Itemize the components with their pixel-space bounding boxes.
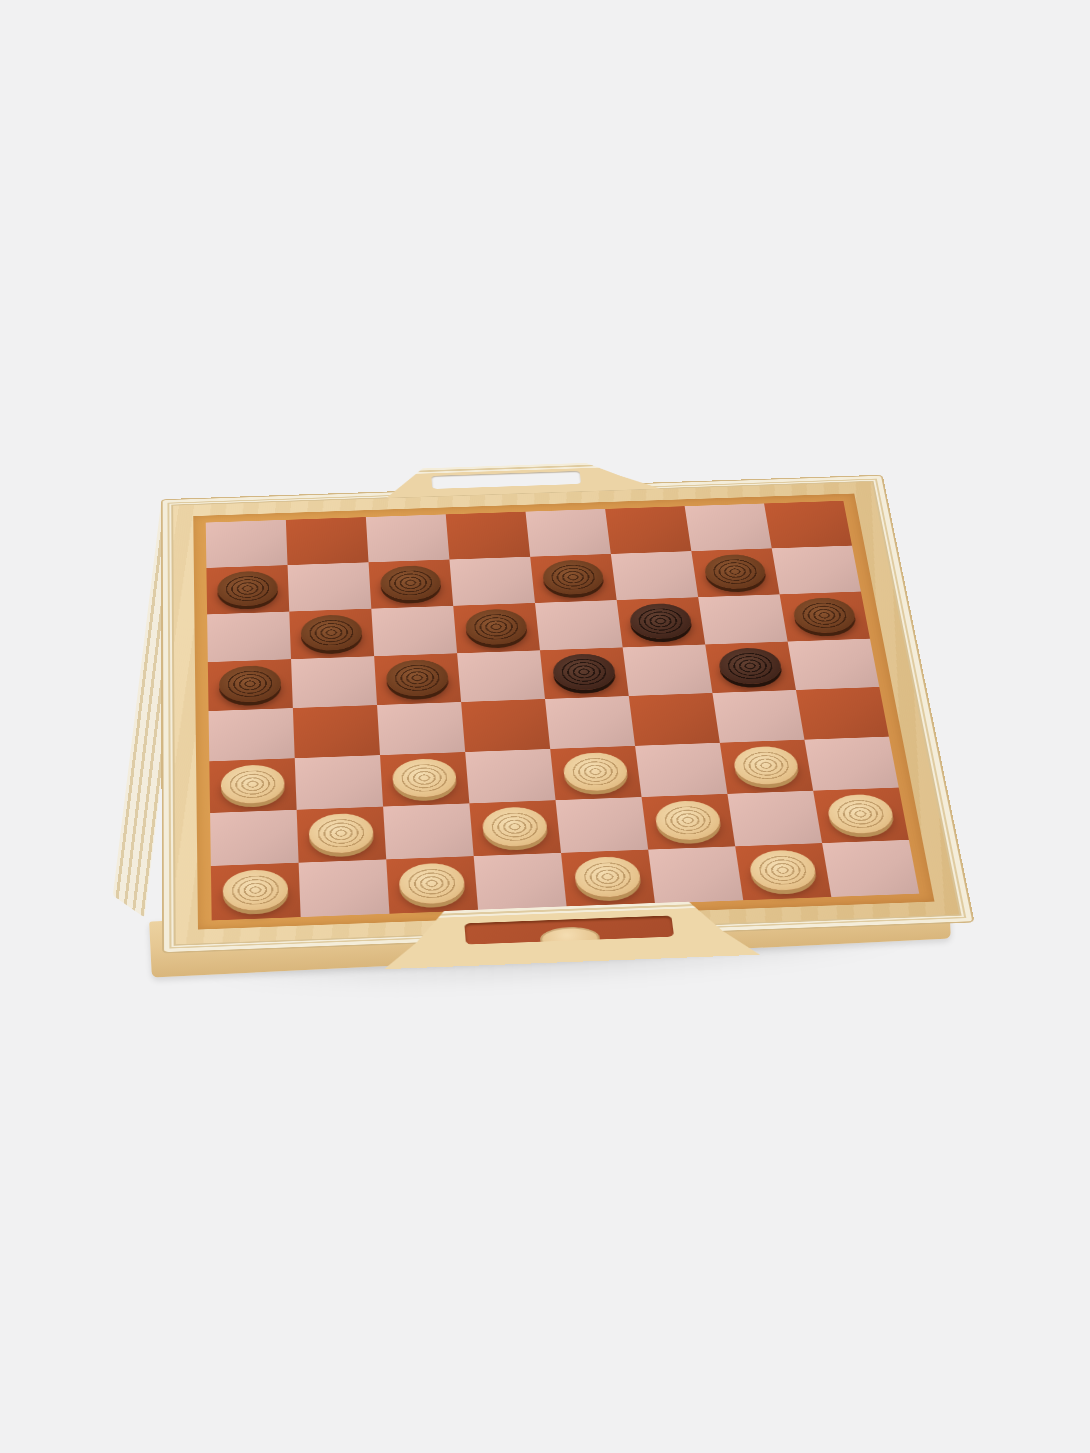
light-checker bbox=[825, 793, 896, 834]
light-checker bbox=[573, 856, 642, 898]
light-checker-through-cutout bbox=[539, 926, 601, 944]
board-cell-r4c6 bbox=[623, 644, 713, 696]
board-cell-r8c2 bbox=[299, 859, 390, 917]
board-cell-r2c1 bbox=[206, 565, 289, 614]
board-cell-r3c2 bbox=[289, 609, 374, 660]
board-cell-r8c3 bbox=[386, 856, 478, 914]
board-cell-r8c7 bbox=[735, 843, 831, 900]
board-cell-r2c7 bbox=[691, 548, 779, 597]
dark-checker bbox=[717, 647, 784, 685]
board-cell-r5c6 bbox=[629, 693, 720, 746]
light-checker bbox=[221, 764, 285, 804]
board-cell-r1c5 bbox=[526, 509, 611, 557]
wooden-game-tray bbox=[163, 476, 973, 952]
board-cell-r2c4 bbox=[449, 557, 535, 606]
front-handle-cutout bbox=[464, 915, 674, 944]
board-cell-r3c7 bbox=[698, 594, 787, 644]
back-handle bbox=[385, 461, 661, 498]
board-cell-r4c1 bbox=[208, 659, 293, 711]
dark-checker bbox=[300, 614, 363, 651]
board-cell-r6c1 bbox=[209, 758, 296, 813]
tilted-scene bbox=[163, 476, 973, 952]
board-cell-r8c4 bbox=[474, 853, 567, 910]
board-cell-r5c3 bbox=[377, 702, 465, 755]
board-cell-r1c3 bbox=[366, 514, 450, 562]
board-cell-r4c7 bbox=[705, 642, 796, 693]
light-checker bbox=[747, 849, 818, 891]
dark-checker bbox=[385, 659, 449, 697]
board-cell-r5c8 bbox=[796, 687, 889, 740]
board-cell-r8c8 bbox=[822, 840, 919, 897]
board-cell-r6c2 bbox=[295, 755, 383, 810]
board-cell-r4c8 bbox=[788, 639, 880, 690]
board-cell-r6c8 bbox=[804, 737, 898, 791]
board-cell-r7c2 bbox=[297, 807, 387, 863]
board-cell-r3c4 bbox=[453, 603, 540, 653]
board-cell-r2c3 bbox=[369, 560, 454, 609]
board-cell-r2c6 bbox=[611, 551, 698, 600]
board-cell-r3c1 bbox=[207, 612, 291, 663]
board-cell-r5c7 bbox=[712, 690, 804, 743]
light-checker bbox=[222, 869, 288, 912]
board-cell-r7c6 bbox=[642, 794, 736, 850]
board-cell-r7c7 bbox=[727, 791, 822, 847]
board-cell-r4c5 bbox=[540, 647, 629, 699]
light-checker bbox=[481, 806, 549, 847]
light-checker bbox=[398, 862, 466, 904]
dark-checker bbox=[551, 653, 617, 691]
dark-checker bbox=[541, 559, 605, 595]
board-cell-r7c3 bbox=[383, 803, 474, 859]
board-cell-r7c4 bbox=[469, 800, 561, 856]
board-cell-r5c1 bbox=[209, 708, 295, 761]
light-checker bbox=[562, 752, 629, 792]
board-cell-r5c4 bbox=[461, 699, 550, 752]
board-cell-r3c6 bbox=[617, 597, 706, 647]
board-cell-r1c1 bbox=[206, 520, 288, 568]
board-cell-r8c6 bbox=[648, 846, 743, 903]
light-checker bbox=[654, 800, 723, 841]
board-cell-r2c8 bbox=[772, 546, 861, 595]
board-amber-margin bbox=[193, 494, 934, 930]
dark-checker bbox=[217, 570, 278, 606]
back-handle-cutout bbox=[431, 471, 581, 489]
board-cell-r1c4 bbox=[446, 512, 530, 560]
board-cell-r6c6 bbox=[635, 743, 727, 797]
dark-checker bbox=[464, 608, 528, 645]
light-checker bbox=[308, 813, 374, 854]
board-cell-r8c1 bbox=[211, 863, 301, 921]
board-cell-r4c3 bbox=[374, 653, 461, 705]
board-cell-r8c5 bbox=[561, 850, 655, 907]
board-cell-r5c2 bbox=[293, 705, 380, 758]
board-cell-r5c5 bbox=[545, 696, 635, 749]
board-cell-r1c2 bbox=[286, 517, 369, 565]
dark-checker bbox=[379, 565, 441, 601]
board-cell-r1c8 bbox=[764, 501, 852, 549]
dark-checker bbox=[791, 597, 858, 634]
board-cell-r2c2 bbox=[288, 562, 372, 611]
board-cell-r1c6 bbox=[605, 506, 691, 554]
board-cell-r6c3 bbox=[380, 752, 469, 807]
board-cell-r6c4 bbox=[465, 749, 555, 803]
light-checker bbox=[732, 745, 801, 785]
board-cell-r6c7 bbox=[720, 740, 813, 794]
board-cell-r4c2 bbox=[291, 656, 377, 708]
board-cell-r2c5 bbox=[530, 554, 616, 603]
board-cell-r3c8 bbox=[780, 592, 870, 642]
board-cell-r4c4 bbox=[457, 650, 545, 702]
dark-checker bbox=[628, 603, 693, 640]
dark-checker bbox=[219, 665, 282, 703]
board-cell-r7c5 bbox=[556, 797, 649, 853]
board-cell-r3c3 bbox=[371, 606, 457, 656]
board-cell-r1c7 bbox=[685, 503, 772, 551]
board-cell-r6c5 bbox=[550, 746, 641, 800]
product-photo-stage bbox=[0, 0, 1090, 1453]
checkers-board bbox=[206, 501, 919, 921]
light-checker bbox=[392, 758, 458, 798]
board-cell-r7c8 bbox=[813, 788, 909, 844]
dark-checker bbox=[703, 554, 768, 590]
board-cell-r7c1 bbox=[210, 810, 299, 866]
board-cell-r3c5 bbox=[535, 600, 623, 650]
